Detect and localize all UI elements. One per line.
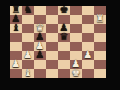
square-d3[interactable]: [46, 51, 58, 60]
square-c4[interactable]: ♟: [34, 42, 46, 51]
square-d4[interactable]: [46, 42, 58, 51]
square-f3[interactable]: [70, 51, 82, 60]
square-e5[interactable]: ♛: [58, 33, 70, 42]
square-a5[interactable]: [10, 33, 22, 42]
square-f8[interactable]: [70, 6, 82, 15]
square-g5[interactable]: [82, 33, 94, 42]
square-c1[interactable]: [34, 69, 46, 78]
square-h2[interactable]: [94, 60, 106, 69]
square-c8[interactable]: [34, 6, 46, 15]
square-e6[interactable]: ♟: [58, 24, 70, 33]
square-h6[interactable]: [94, 24, 106, 33]
square-g4[interactable]: [82, 42, 94, 51]
square-b3[interactable]: ♟: [22, 51, 34, 60]
square-h1[interactable]: [94, 69, 106, 78]
square-h5[interactable]: [94, 33, 106, 42]
square-d6[interactable]: [46, 24, 58, 33]
square-d8[interactable]: [46, 6, 58, 15]
square-f2[interactable]: ♟: [70, 60, 82, 69]
square-g6[interactable]: [82, 24, 94, 33]
square-b4[interactable]: [22, 42, 34, 51]
square-d7[interactable]: [46, 15, 58, 24]
square-b5[interactable]: [22, 33, 34, 42]
square-e4[interactable]: [58, 42, 70, 51]
square-c3[interactable]: ♟: [34, 51, 46, 60]
square-f1[interactable]: ♚: [70, 69, 82, 78]
square-a2[interactable]: ♟: [10, 60, 22, 69]
square-a7[interactable]: ♟: [10, 15, 22, 24]
square-c5[interactable]: ♟: [34, 33, 46, 42]
square-f4[interactable]: [70, 42, 82, 51]
square-a8[interactable]: ♜: [10, 6, 22, 15]
chess-board: ♜♞♚♟♜♝♛♟♟♛♟♟♟♟♟♟♝♚: [10, 6, 106, 78]
square-e7[interactable]: [58, 15, 70, 24]
square-a4[interactable]: [10, 42, 22, 51]
square-d1[interactable]: [46, 69, 58, 78]
square-h8[interactable]: [94, 6, 106, 15]
square-g3[interactable]: ♟: [82, 51, 94, 60]
square-g7[interactable]: [82, 15, 94, 24]
square-e2[interactable]: [58, 60, 70, 69]
square-h7[interactable]: ♜: [94, 15, 106, 24]
square-g8[interactable]: [82, 6, 94, 15]
square-c2[interactable]: [34, 60, 46, 69]
square-d2[interactable]: [46, 60, 58, 69]
square-c6[interactable]: ♛: [34, 24, 46, 33]
square-g2[interactable]: [82, 60, 94, 69]
square-d5[interactable]: [46, 33, 58, 42]
square-f7[interactable]: [70, 15, 82, 24]
square-e8[interactable]: ♚: [58, 6, 70, 15]
square-e3[interactable]: [58, 51, 70, 60]
square-f5[interactable]: [70, 33, 82, 42]
piece-white-bishop: ♝: [22, 67, 34, 79]
square-b1[interactable]: ♝: [22, 69, 34, 78]
square-b8[interactable]: ♞: [22, 6, 34, 15]
square-b2[interactable]: [22, 60, 34, 69]
piece-white-king: ♚: [70, 67, 82, 79]
square-c7[interactable]: [34, 15, 46, 24]
square-a1[interactable]: [10, 69, 22, 78]
square-b6[interactable]: [22, 24, 34, 33]
square-f6[interactable]: [70, 24, 82, 33]
square-g1[interactable]: [82, 69, 94, 78]
square-h3[interactable]: [94, 51, 106, 60]
square-h4[interactable]: [94, 42, 106, 51]
square-e1[interactable]: [58, 69, 70, 78]
square-b7[interactable]: [22, 15, 34, 24]
square-a6[interactable]: ♝: [10, 24, 22, 33]
square-a3[interactable]: [10, 51, 22, 60]
